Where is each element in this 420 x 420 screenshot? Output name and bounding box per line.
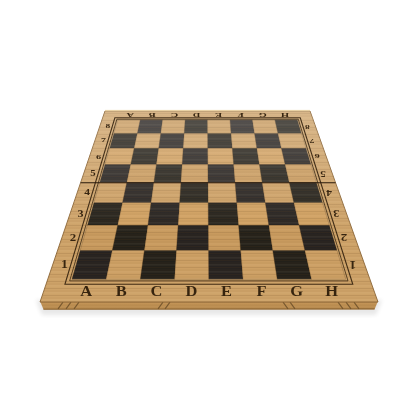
rank-label-right-3: 3 bbox=[332, 208, 339, 218]
file-label-bottom-b: B bbox=[116, 282, 127, 298]
file-label-top-a: A bbox=[125, 112, 134, 119]
lighting-sheen bbox=[40, 111, 378, 302]
rank-label-right-5: 5 bbox=[320, 169, 326, 177]
rank-label-right-1: 1 bbox=[349, 258, 356, 271]
file-label-bottom-g: G bbox=[290, 282, 303, 298]
file-label-bottom-f: F bbox=[256, 282, 266, 298]
rank-label-left-4: 4 bbox=[84, 188, 90, 197]
rank-label-left-8: 8 bbox=[105, 123, 110, 129]
file-label-bottom-a: A bbox=[80, 282, 93, 298]
rank-label-left-6: 6 bbox=[96, 152, 102, 160]
file-label-bottom-c: C bbox=[150, 282, 162, 298]
product-photo-canvas: AABBCCDDEEFFGGHH1122334455667788 bbox=[0, 0, 420, 420]
rank-label-right-8: 8 bbox=[305, 123, 310, 129]
rank-label-left-7: 7 bbox=[101, 137, 106, 144]
file-label-top-f: F bbox=[238, 112, 244, 119]
rank-label-left-3: 3 bbox=[77, 208, 84, 218]
rank-label-left-5: 5 bbox=[90, 169, 96, 177]
rank-label-right-6: 6 bbox=[314, 152, 320, 160]
file-label-top-h: H bbox=[280, 112, 289, 119]
rank-label-right-4: 4 bbox=[326, 188, 332, 197]
file-label-bottom-e: E bbox=[221, 282, 232, 298]
file-label-bottom-d: D bbox=[185, 282, 197, 298]
rank-label-right-2: 2 bbox=[341, 232, 348, 244]
file-label-top-e: E bbox=[215, 112, 222, 119]
file-label-top-g: G bbox=[258, 112, 267, 119]
rank-label-left-2: 2 bbox=[70, 232, 77, 244]
chessboard: AABBCCDDEEFFGGHH1122334455667788 bbox=[0, 0, 420, 420]
file-label-top-d: D bbox=[193, 112, 200, 119]
rank-label-left-1: 1 bbox=[61, 258, 68, 271]
file-label-top-b: B bbox=[148, 112, 155, 119]
file-label-bottom-h: H bbox=[325, 282, 339, 298]
file-label-top-c: C bbox=[171, 112, 178, 119]
rank-label-right-7: 7 bbox=[310, 137, 315, 144]
